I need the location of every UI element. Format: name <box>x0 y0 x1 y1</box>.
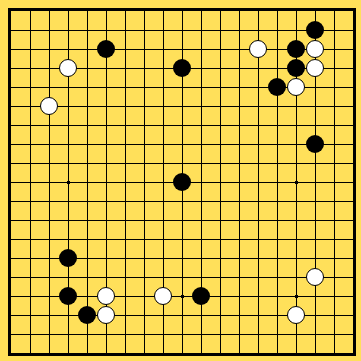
black-stone: ● <box>306 21 324 39</box>
white-stone: ○ <box>97 306 115 324</box>
white-stone: ○ <box>287 78 305 96</box>
stones-layer: ●●○●○○●●○●○○●●●○●○○●●○○ <box>0 0 361 361</box>
white-stone: ○ <box>249 40 267 58</box>
black-stone: ● <box>59 287 77 305</box>
white-stone: ○ <box>154 287 172 305</box>
white-stone: ○ <box>306 59 324 77</box>
black-stone: ● <box>268 78 286 96</box>
black-stone: ● <box>306 135 324 153</box>
white-stone: ○ <box>306 268 324 286</box>
white-stone: ○ <box>97 287 115 305</box>
white-stone: ○ <box>40 97 58 115</box>
white-stone: ○ <box>287 306 305 324</box>
black-stone: ● <box>173 59 191 77</box>
white-stone: ○ <box>306 40 324 58</box>
black-stone: ● <box>287 40 305 58</box>
go-board[interactable]: ●●○●○○●●○●○○●●●○●○○●●○○ <box>0 0 361 361</box>
black-stone: ● <box>192 287 210 305</box>
black-stone: ● <box>78 306 96 324</box>
black-stone: ● <box>59 249 77 267</box>
white-stone: ○ <box>59 59 77 77</box>
black-stone: ● <box>173 173 191 191</box>
black-stone: ● <box>287 59 305 77</box>
black-stone: ● <box>97 40 115 58</box>
